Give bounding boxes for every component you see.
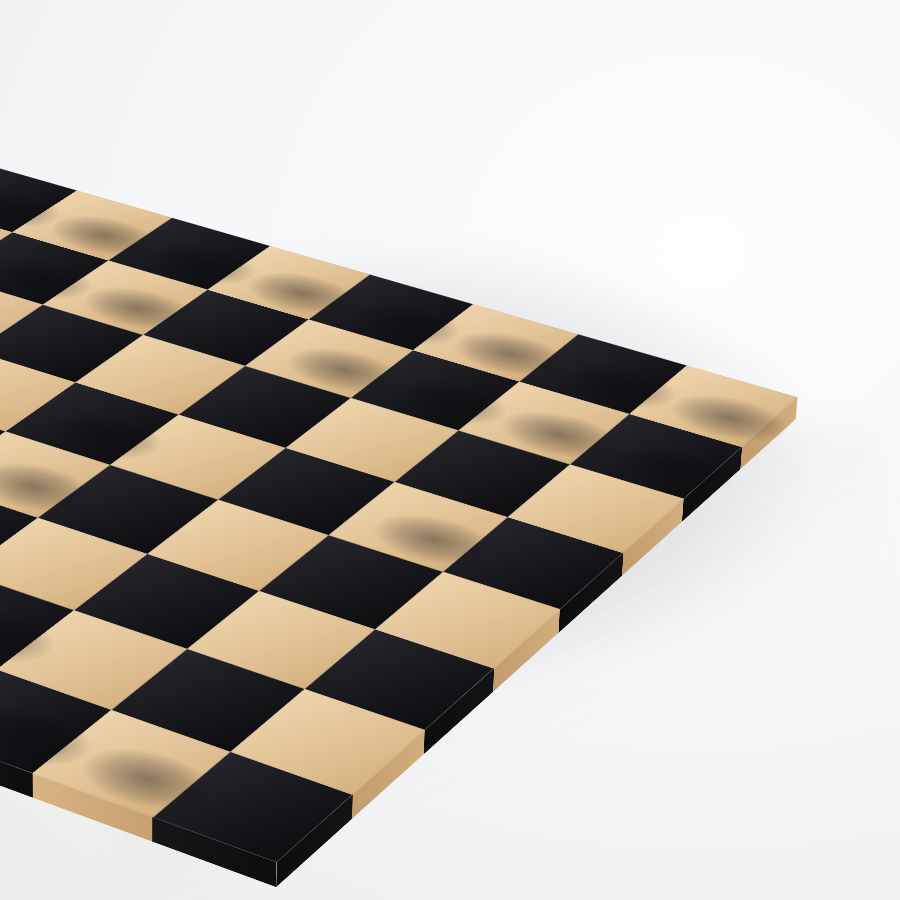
pawn-glyph: ♟m (39, 568, 225, 775)
manray-logo-stamp: m (108, 686, 155, 733)
bishop-glyph: ♝ (287, 252, 549, 544)
perspective-scene: ♜♞♝♚♛♝♞♜♟♟♟♟♟♟♟♟♝♞♟♟m♜ (0, 0, 900, 900)
photo-stage: ♜♞♝♚♛♝♞♜♟♟♟♟♟♟♟♟♝♞♟♟m♜ (0, 0, 900, 900)
chessboard: ♜♞♝♚♛♝♞♜♟♟♟♟♟♟♟♟♝♞♟♟m♜ (0, 164, 798, 862)
pawn-glyph: ♟ (573, 282, 738, 466)
